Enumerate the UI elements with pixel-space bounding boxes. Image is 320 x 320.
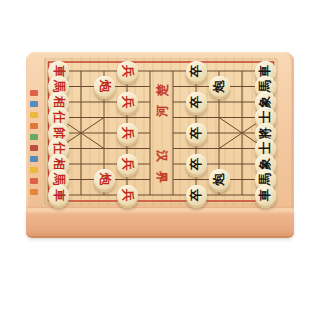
piece-red-soldier[interactable]: 兵 xyxy=(117,61,138,82)
piece-glyph: 炮 xyxy=(213,80,226,93)
piece-glyph: 車 xyxy=(52,189,65,202)
wooden-box-front-face xyxy=(26,208,294,238)
river-char-he: 河 xyxy=(156,105,168,117)
rim-sticker xyxy=(30,145,38,151)
river-char-han: 汉 xyxy=(156,150,168,162)
piece-red-soldier[interactable]: 兵 xyxy=(117,154,138,175)
piece-red-soldier[interactable]: 兵 xyxy=(117,92,138,113)
piece-glyph: 馬 xyxy=(52,173,65,186)
piece-glyph: 炮 xyxy=(213,173,226,186)
river-label-han-jie: 汉 界 xyxy=(152,150,172,183)
xiangqi-board[interactable]: 楚 河 汉 界 車兵卒車馬炮炮馬相兵卒象仕士帥兵卒將仕士相兵卒象馬炮炮馬車兵卒車 xyxy=(44,58,278,205)
piece-glyph: 兵 xyxy=(121,96,134,109)
piece-red-chariot[interactable]: 車 xyxy=(48,185,69,206)
rim-sticker xyxy=(30,178,38,184)
piece-glyph: 兵 xyxy=(121,158,134,171)
river-label-chu-he: 楚 河 xyxy=(152,84,172,117)
piece-glyph: 兵 xyxy=(121,65,134,78)
piece-glyph: 炮 xyxy=(98,173,111,186)
rim-sticker xyxy=(30,101,38,107)
piece-glyph: 士 xyxy=(259,111,272,124)
piece-glyph: 馬 xyxy=(259,173,272,186)
piece-black-soldier[interactable]: 卒 xyxy=(186,61,207,82)
piece-red-soldier[interactable]: 兵 xyxy=(117,185,138,206)
piece-red-cannon[interactable]: 炮 xyxy=(94,76,115,97)
rim-sticker xyxy=(30,112,38,118)
river-char-chu: 楚 xyxy=(156,84,168,96)
piece-glyph: 卒 xyxy=(190,65,203,78)
rim-sticker xyxy=(30,90,38,96)
piece-glyph: 卒 xyxy=(190,96,203,109)
piece-black-soldier[interactable]: 卒 xyxy=(186,154,207,175)
piece-glyph: 士 xyxy=(259,142,272,155)
piece-glyph: 兵 xyxy=(121,127,134,140)
piece-glyph: 車 xyxy=(259,189,272,202)
piece-glyph: 仕 xyxy=(52,111,65,124)
piece-red-soldier[interactable]: 兵 xyxy=(117,123,138,144)
piece-black-chariot[interactable]: 車 xyxy=(255,185,276,206)
rim-sticker xyxy=(30,134,38,140)
rim-sticker xyxy=(30,123,38,129)
rim-sticker xyxy=(30,167,38,173)
rim-sticker xyxy=(30,156,38,162)
piece-black-soldier[interactable]: 卒 xyxy=(186,123,207,144)
piece-glyph: 仕 xyxy=(52,142,65,155)
rim-sticker-strip xyxy=(30,90,39,208)
piece-black-cannon[interactable]: 炮 xyxy=(209,169,230,190)
piece-black-soldier[interactable]: 卒 xyxy=(186,185,207,206)
piece-glyph: 炮 xyxy=(98,80,111,93)
piece-black-soldier[interactable]: 卒 xyxy=(186,92,207,113)
piece-black-cannon[interactable]: 炮 xyxy=(209,76,230,97)
piece-glyph: 馬 xyxy=(52,80,65,93)
rim-sticker xyxy=(30,189,38,195)
product-photo-background: { "game": "xiangqi", "title": "Wooden bo… xyxy=(0,0,320,320)
piece-red-cannon[interactable]: 炮 xyxy=(94,169,115,190)
piece-glyph: 馬 xyxy=(259,80,272,93)
piece-glyph: 卒 xyxy=(190,158,203,171)
piece-glyph: 卒 xyxy=(190,127,203,140)
piece-glyph: 兵 xyxy=(121,189,134,202)
piece-glyph: 卒 xyxy=(190,189,203,202)
river-char-jie: 界 xyxy=(156,171,168,183)
